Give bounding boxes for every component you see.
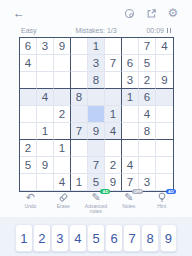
cell-r4c9[interactable] bbox=[156, 89, 173, 106]
cell-r8c8[interactable] bbox=[139, 157, 156, 174]
cell-r1c5[interactable]: 1 bbox=[88, 38, 105, 55]
cell-r4c5[interactable] bbox=[88, 89, 105, 106]
cell-r4c6[interactable] bbox=[105, 89, 122, 106]
cell-r1c7[interactable] bbox=[122, 38, 139, 55]
sudoku-board: 6391744376583294816214179482159724415973 bbox=[19, 37, 174, 192]
cell-r5c4[interactable] bbox=[71, 106, 88, 123]
numpad-button-2[interactable]: 2 bbox=[33, 224, 51, 252]
cell-r3c1[interactable] bbox=[20, 72, 37, 89]
cell-r7c3[interactable]: 1 bbox=[54, 140, 71, 157]
undo-button[interactable]: ↶ Undo bbox=[14, 191, 47, 221]
cell-r3c9[interactable]: 9 bbox=[156, 72, 173, 89]
undo-icon: ↶ bbox=[26, 191, 35, 203]
cell-r6c5[interactable]: 9 bbox=[88, 123, 105, 140]
cell-r2c2[interactable] bbox=[37, 55, 54, 72]
cell-r7c6[interactable] bbox=[105, 140, 122, 157]
advanced-notes-icon: ✎ bbox=[91, 191, 100, 203]
numpad-button-6[interactable]: 6 bbox=[105, 224, 123, 252]
numpad-button-5[interactable]: 5 bbox=[87, 224, 105, 252]
erase-button[interactable]: Erase bbox=[47, 191, 80, 221]
cell-r6c4[interactable]: 7 bbox=[71, 123, 88, 140]
cell-r3c6[interactable] bbox=[105, 72, 122, 89]
notes-badge: OFF bbox=[132, 189, 143, 194]
eraser-icon bbox=[58, 191, 69, 203]
numpad: 123456789 bbox=[15, 224, 177, 250]
cell-r5c6[interactable]: 1 bbox=[105, 106, 122, 123]
cell-r2c7[interactable]: 6 bbox=[122, 55, 139, 72]
cell-r1c3[interactable]: 9 bbox=[54, 38, 71, 55]
cell-r7c7[interactable] bbox=[122, 140, 139, 157]
cell-r2c6[interactable]: 7 bbox=[105, 55, 122, 72]
cell-r7c5[interactable] bbox=[88, 140, 105, 157]
cell-r6c8[interactable]: 8 bbox=[139, 123, 156, 140]
cell-r2c1[interactable]: 4 bbox=[20, 55, 37, 72]
cell-r6c3[interactable] bbox=[54, 123, 71, 140]
toolbar: ↶ Undo Erase AD ✎ Advanced notes OFF ✎ N… bbox=[14, 191, 178, 221]
cell-r4c3[interactable] bbox=[54, 89, 71, 106]
cell-r3c8[interactable]: 2 bbox=[139, 72, 156, 89]
cell-r6c7[interactable] bbox=[122, 123, 139, 140]
cell-r7c1[interactable]: 2 bbox=[20, 140, 37, 157]
numpad-button-1[interactable]: 1 bbox=[15, 224, 33, 252]
numpad-button-4[interactable]: 4 bbox=[69, 224, 87, 252]
cell-r6c9[interactable] bbox=[156, 123, 173, 140]
cell-r8c2[interactable]: 9 bbox=[37, 157, 54, 174]
cell-r4c2[interactable]: 4 bbox=[37, 89, 54, 106]
cell-r3c4[interactable] bbox=[71, 72, 88, 89]
cell-r1c1[interactable]: 6 bbox=[20, 38, 37, 55]
cell-r3c5[interactable]: 8 bbox=[88, 72, 105, 89]
hint-badge: AD bbox=[166, 189, 176, 194]
cell-r8c9[interactable] bbox=[156, 157, 173, 174]
cell-r8c6[interactable]: 2 bbox=[105, 157, 122, 174]
cell-r1c9[interactable]: 4 bbox=[156, 38, 173, 55]
cell-r4c8[interactable]: 6 bbox=[139, 89, 156, 106]
cell-r8c1[interactable]: 5 bbox=[20, 157, 37, 174]
cell-r7c9[interactable] bbox=[156, 140, 173, 157]
cell-r6c2[interactable]: 1 bbox=[37, 123, 54, 140]
status-bar: Mistakes: 1/3 Easy 00:09 bbox=[0, 25, 192, 36]
cell-r2c3[interactable] bbox=[54, 55, 71, 72]
cell-r1c4[interactable] bbox=[71, 38, 88, 55]
advanced-notes-badge: AD bbox=[100, 189, 110, 194]
numpad-button-7[interactable]: 7 bbox=[123, 224, 141, 252]
cell-r5c5[interactable] bbox=[88, 106, 105, 123]
cell-r9c3[interactable]: 4 bbox=[54, 174, 71, 191]
cell-r5c8[interactable]: 4 bbox=[139, 106, 156, 123]
cell-r8c4[interactable] bbox=[71, 157, 88, 174]
cell-r1c8[interactable]: 7 bbox=[139, 38, 156, 55]
cell-r5c9[interactable] bbox=[156, 106, 173, 123]
cell-r3c2[interactable] bbox=[37, 72, 54, 89]
cell-r6c6[interactable]: 4 bbox=[105, 123, 122, 140]
advanced-notes-button[interactable]: AD ✎ Advanced notes bbox=[80, 191, 113, 221]
cell-r7c2[interactable] bbox=[37, 140, 54, 157]
share-icon[interactable] bbox=[145, 7, 157, 19]
cell-r5c3[interactable]: 2 bbox=[54, 106, 71, 123]
cell-r8c3[interactable] bbox=[54, 157, 71, 174]
cell-r4c7[interactable]: 1 bbox=[122, 89, 139, 106]
pause-button[interactable] bbox=[167, 28, 172, 33]
cell-r1c6[interactable] bbox=[105, 38, 122, 55]
notes-button[interactable]: OFF ✎ Notes bbox=[112, 191, 145, 221]
cell-r2c4[interactable] bbox=[71, 55, 88, 72]
numpad-button-8[interactable]: 8 bbox=[141, 224, 159, 252]
cell-r4c4[interactable]: 8 bbox=[71, 89, 88, 106]
difficulty-label[interactable]: Easy bbox=[21, 27, 37, 34]
cell-r8c7[interactable]: 4 bbox=[122, 157, 139, 174]
cell-r9c4[interactable]: 1 bbox=[71, 174, 88, 191]
cell-r5c2[interactable] bbox=[37, 106, 54, 123]
cell-r2c9[interactable] bbox=[156, 55, 173, 72]
cell-r4c1[interactable] bbox=[20, 89, 37, 106]
cell-r3c3[interactable] bbox=[54, 72, 71, 89]
back-icon[interactable]: ← bbox=[13, 7, 25, 19]
cell-r5c7[interactable] bbox=[122, 106, 139, 123]
cell-r3c7[interactable]: 3 bbox=[122, 72, 139, 89]
cell-r1c2[interactable]: 3 bbox=[37, 38, 54, 55]
cell-r8c5[interactable]: 7 bbox=[88, 157, 105, 174]
hint-icon bbox=[157, 191, 167, 203]
settings-icon[interactable]: ⚙ bbox=[167, 7, 179, 19]
hint-button[interactable]: AD Hint bbox=[145, 191, 178, 221]
numpad-button-3[interactable]: 3 bbox=[51, 224, 69, 252]
cell-r7c4[interactable] bbox=[71, 140, 88, 157]
header: ← ⚙ bbox=[0, 4, 192, 22]
timer-label: 00:09 bbox=[146, 27, 164, 34]
cell-r2c5[interactable]: 3 bbox=[88, 55, 105, 72]
cell-r2c8[interactable]: 5 bbox=[139, 55, 156, 72]
numpad-button-9[interactable]: 9 bbox=[160, 224, 178, 252]
cell-r5c1[interactable] bbox=[20, 106, 37, 123]
palette-icon[interactable] bbox=[123, 7, 135, 19]
cell-r9c2[interactable] bbox=[37, 174, 54, 191]
cell-r6c1[interactable] bbox=[20, 123, 37, 140]
header-icons: ⚙ bbox=[123, 7, 179, 19]
cell-r7c8[interactable] bbox=[139, 140, 156, 157]
cell-r9c1[interactable] bbox=[20, 174, 37, 191]
